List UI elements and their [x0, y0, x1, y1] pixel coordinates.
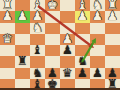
square-r2c6[interactable]: ♟	[75, 11, 90, 22]
square-r4c6[interactable]	[75, 34, 90, 45]
square-r7c8[interactable]: ♟	[105, 68, 120, 79]
board-bottom-border	[0, 88, 120, 90]
piece-white-bishop: ♝	[32, 0, 43, 11]
square-r1c3[interactable]: ♝	[30, 0, 45, 11]
chess-board: ♜♝♚♝♞♜♟♟♟♟♟♟♞♛♟♝♟♜♞♞♟♛♟♟♟♝♚♜	[0, 0, 120, 90]
square-r1c8[interactable]: ♜	[105, 0, 120, 11]
square-r1c1[interactable]: ♜	[0, 0, 15, 11]
square-r4c1[interactable]: ♛	[0, 34, 15, 45]
square-r1c7[interactable]: ♞	[90, 0, 105, 11]
chess-app-window: ♜♝♚♝♞♜♟♟♟♟♟♟♞♛♟♝♟♜♞♞♟♛♟♟♟♝♚♜	[0, 0, 120, 90]
square-r6c5[interactable]	[60, 56, 75, 67]
square-r2c4[interactable]	[45, 11, 60, 22]
square-r2c3[interactable]: ♟	[30, 11, 45, 22]
piece-white-pawn: ♟	[2, 11, 13, 22]
piece-white-pawn: ♟	[32, 11, 43, 22]
piece-black-pawn: ♟	[62, 45, 73, 56]
piece-black-queen: ♛	[62, 67, 73, 78]
square-r6c7[interactable]	[90, 56, 105, 67]
square-r5c4[interactable]	[45, 45, 60, 56]
piece-black-pawn: ♟	[107, 67, 118, 78]
square-r5c8[interactable]	[105, 45, 120, 56]
square-r3c8[interactable]	[105, 23, 120, 34]
square-r3c7[interactable]	[90, 23, 105, 34]
square-r4c4[interactable]	[45, 34, 60, 45]
square-r5c5[interactable]: ♟	[60, 45, 75, 56]
piece-white-king: ♚	[47, 0, 58, 11]
piece-white-bishop: ♝	[77, 0, 88, 11]
square-r2c1[interactable]: ♟	[0, 11, 15, 22]
piece-white-knight: ♞	[92, 0, 103, 11]
piece-white-knight: ♞	[32, 22, 43, 33]
square-r1c2[interactable]	[15, 0, 30, 11]
square-r4c5[interactable]: ♟	[60, 34, 75, 45]
piece-white-pawn: ♟	[92, 11, 103, 22]
piece-black-pawn: ♟	[47, 67, 58, 78]
square-r6c4[interactable]	[45, 56, 60, 67]
square-r3c4[interactable]	[45, 23, 60, 34]
square-r1c4[interactable]: ♚	[45, 0, 60, 11]
square-r1c6[interactable]: ♝	[75, 0, 90, 11]
piece-white-pawn: ♟	[107, 11, 118, 22]
piece-black-pawn: ♟	[77, 67, 88, 78]
square-r4c8[interactable]	[105, 34, 120, 45]
square-r2c2[interactable]: ♟	[15, 11, 30, 22]
square-r5c7[interactable]	[90, 45, 105, 56]
square-r6c8[interactable]	[105, 56, 120, 67]
square-r6c1[interactable]	[0, 56, 15, 67]
square-r5c1[interactable]	[0, 45, 15, 56]
square-r7c6[interactable]: ♟	[75, 68, 90, 79]
square-r6c6[interactable]: ♞	[75, 56, 90, 67]
square-r7c5[interactable]: ♛	[60, 68, 75, 79]
square-r5c6[interactable]	[75, 45, 90, 56]
square-r7c3[interactable]: ♞	[30, 68, 45, 79]
square-r5c2[interactable]	[15, 45, 30, 56]
piece-white-rook: ♜	[107, 0, 118, 11]
square-r3c5[interactable]	[60, 23, 75, 34]
square-r3c1[interactable]	[0, 23, 15, 34]
square-r4c7[interactable]	[90, 34, 105, 45]
square-r2c5[interactable]	[60, 11, 75, 22]
square-r6c3[interactable]	[30, 56, 45, 67]
piece-black-knight: ♞	[32, 67, 43, 78]
square-r5c3[interactable]: ♝	[30, 45, 45, 56]
piece-black-bishop: ♝	[32, 45, 43, 56]
piece-white-pawn: ♟	[77, 11, 88, 22]
square-r7c7[interactable]: ♟	[90, 68, 105, 79]
square-r7c2[interactable]	[15, 68, 30, 79]
piece-black-rook: ♜	[17, 56, 28, 67]
square-r4c2[interactable]	[15, 34, 30, 45]
square-r3c6[interactable]	[75, 23, 90, 34]
square-r4c3[interactable]	[30, 34, 45, 45]
square-r3c3[interactable]: ♞	[30, 23, 45, 34]
square-r2c7[interactable]: ♟	[90, 11, 105, 22]
piece-white-queen: ♛	[2, 33, 13, 44]
square-r1c5[interactable]	[60, 0, 75, 11]
piece-white-pawn: ♟	[62, 33, 73, 44]
square-r6c2[interactable]: ♜	[15, 56, 30, 67]
piece-white-rook: ♜	[2, 0, 13, 11]
piece-black-pawn: ♟	[92, 67, 103, 78]
square-r3c2[interactable]	[15, 23, 30, 34]
piece-white-pawn: ♟	[17, 11, 28, 22]
square-r7c1[interactable]	[0, 68, 15, 79]
piece-black-knight: ♞	[77, 56, 88, 67]
square-r2c8[interactable]: ♟	[105, 11, 120, 22]
square-r7c4[interactable]: ♟	[45, 68, 60, 79]
